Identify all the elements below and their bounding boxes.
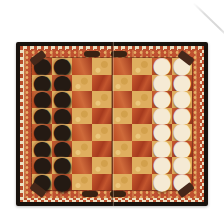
square-e2[interactable] (112, 157, 132, 174)
square-d2[interactable] (92, 157, 112, 174)
square-f1[interactable] (132, 174, 152, 191)
square-e1[interactable] (112, 174, 132, 191)
reflection-artifact (193, 2, 224, 40)
square-c7[interactable] (72, 75, 92, 92)
hinge-dash-bottom-left (82, 191, 98, 197)
white-disc-piece[interactable]: ● (152, 174, 171, 190)
square-d8[interactable] (92, 58, 112, 75)
square-c2[interactable] (72, 157, 92, 174)
square-d5[interactable] (92, 108, 112, 125)
square-c3[interactable] (72, 141, 92, 158)
square-c4[interactable] (72, 124, 92, 141)
board-fold-seam (111, 42, 114, 206)
square-c5[interactable] (72, 108, 92, 125)
square-d7[interactable] (92, 75, 112, 92)
square-f4[interactable] (132, 124, 152, 141)
square-e7[interactable] (112, 75, 132, 92)
square-f7[interactable] (132, 75, 152, 92)
square-d4[interactable] (92, 124, 112, 141)
square-c1[interactable] (72, 174, 92, 191)
square-d3[interactable] (92, 141, 112, 158)
square-f3[interactable] (132, 141, 152, 158)
square-d1[interactable] (92, 174, 112, 191)
square-f2[interactable] (132, 157, 152, 174)
square-e3[interactable] (112, 141, 132, 158)
folding-chess-board: ●●●●●●●●●●●●●●●●●●●●●●●●●●●●●●●● (16, 42, 208, 206)
square-f6[interactable] (132, 91, 152, 108)
square-e5[interactable] (112, 108, 132, 125)
square-e8[interactable] (112, 58, 132, 75)
square-e6[interactable] (112, 91, 132, 108)
square-f8[interactable] (132, 58, 152, 75)
square-c8[interactable] (72, 58, 92, 75)
black-disc-piece[interactable]: ● (52, 174, 71, 190)
square-g1[interactable]: ● (152, 174, 172, 191)
square-b1[interactable]: ● (52, 174, 72, 191)
square-c6[interactable] (72, 91, 92, 108)
square-d6[interactable] (92, 91, 112, 108)
product-photo: ●●●●●●●●●●●●●●●●●●●●●●●●●●●●●●●● (0, 0, 224, 224)
square-e4[interactable] (112, 124, 132, 141)
hinge-dash-top-left (84, 51, 100, 57)
square-f5[interactable] (132, 108, 152, 125)
